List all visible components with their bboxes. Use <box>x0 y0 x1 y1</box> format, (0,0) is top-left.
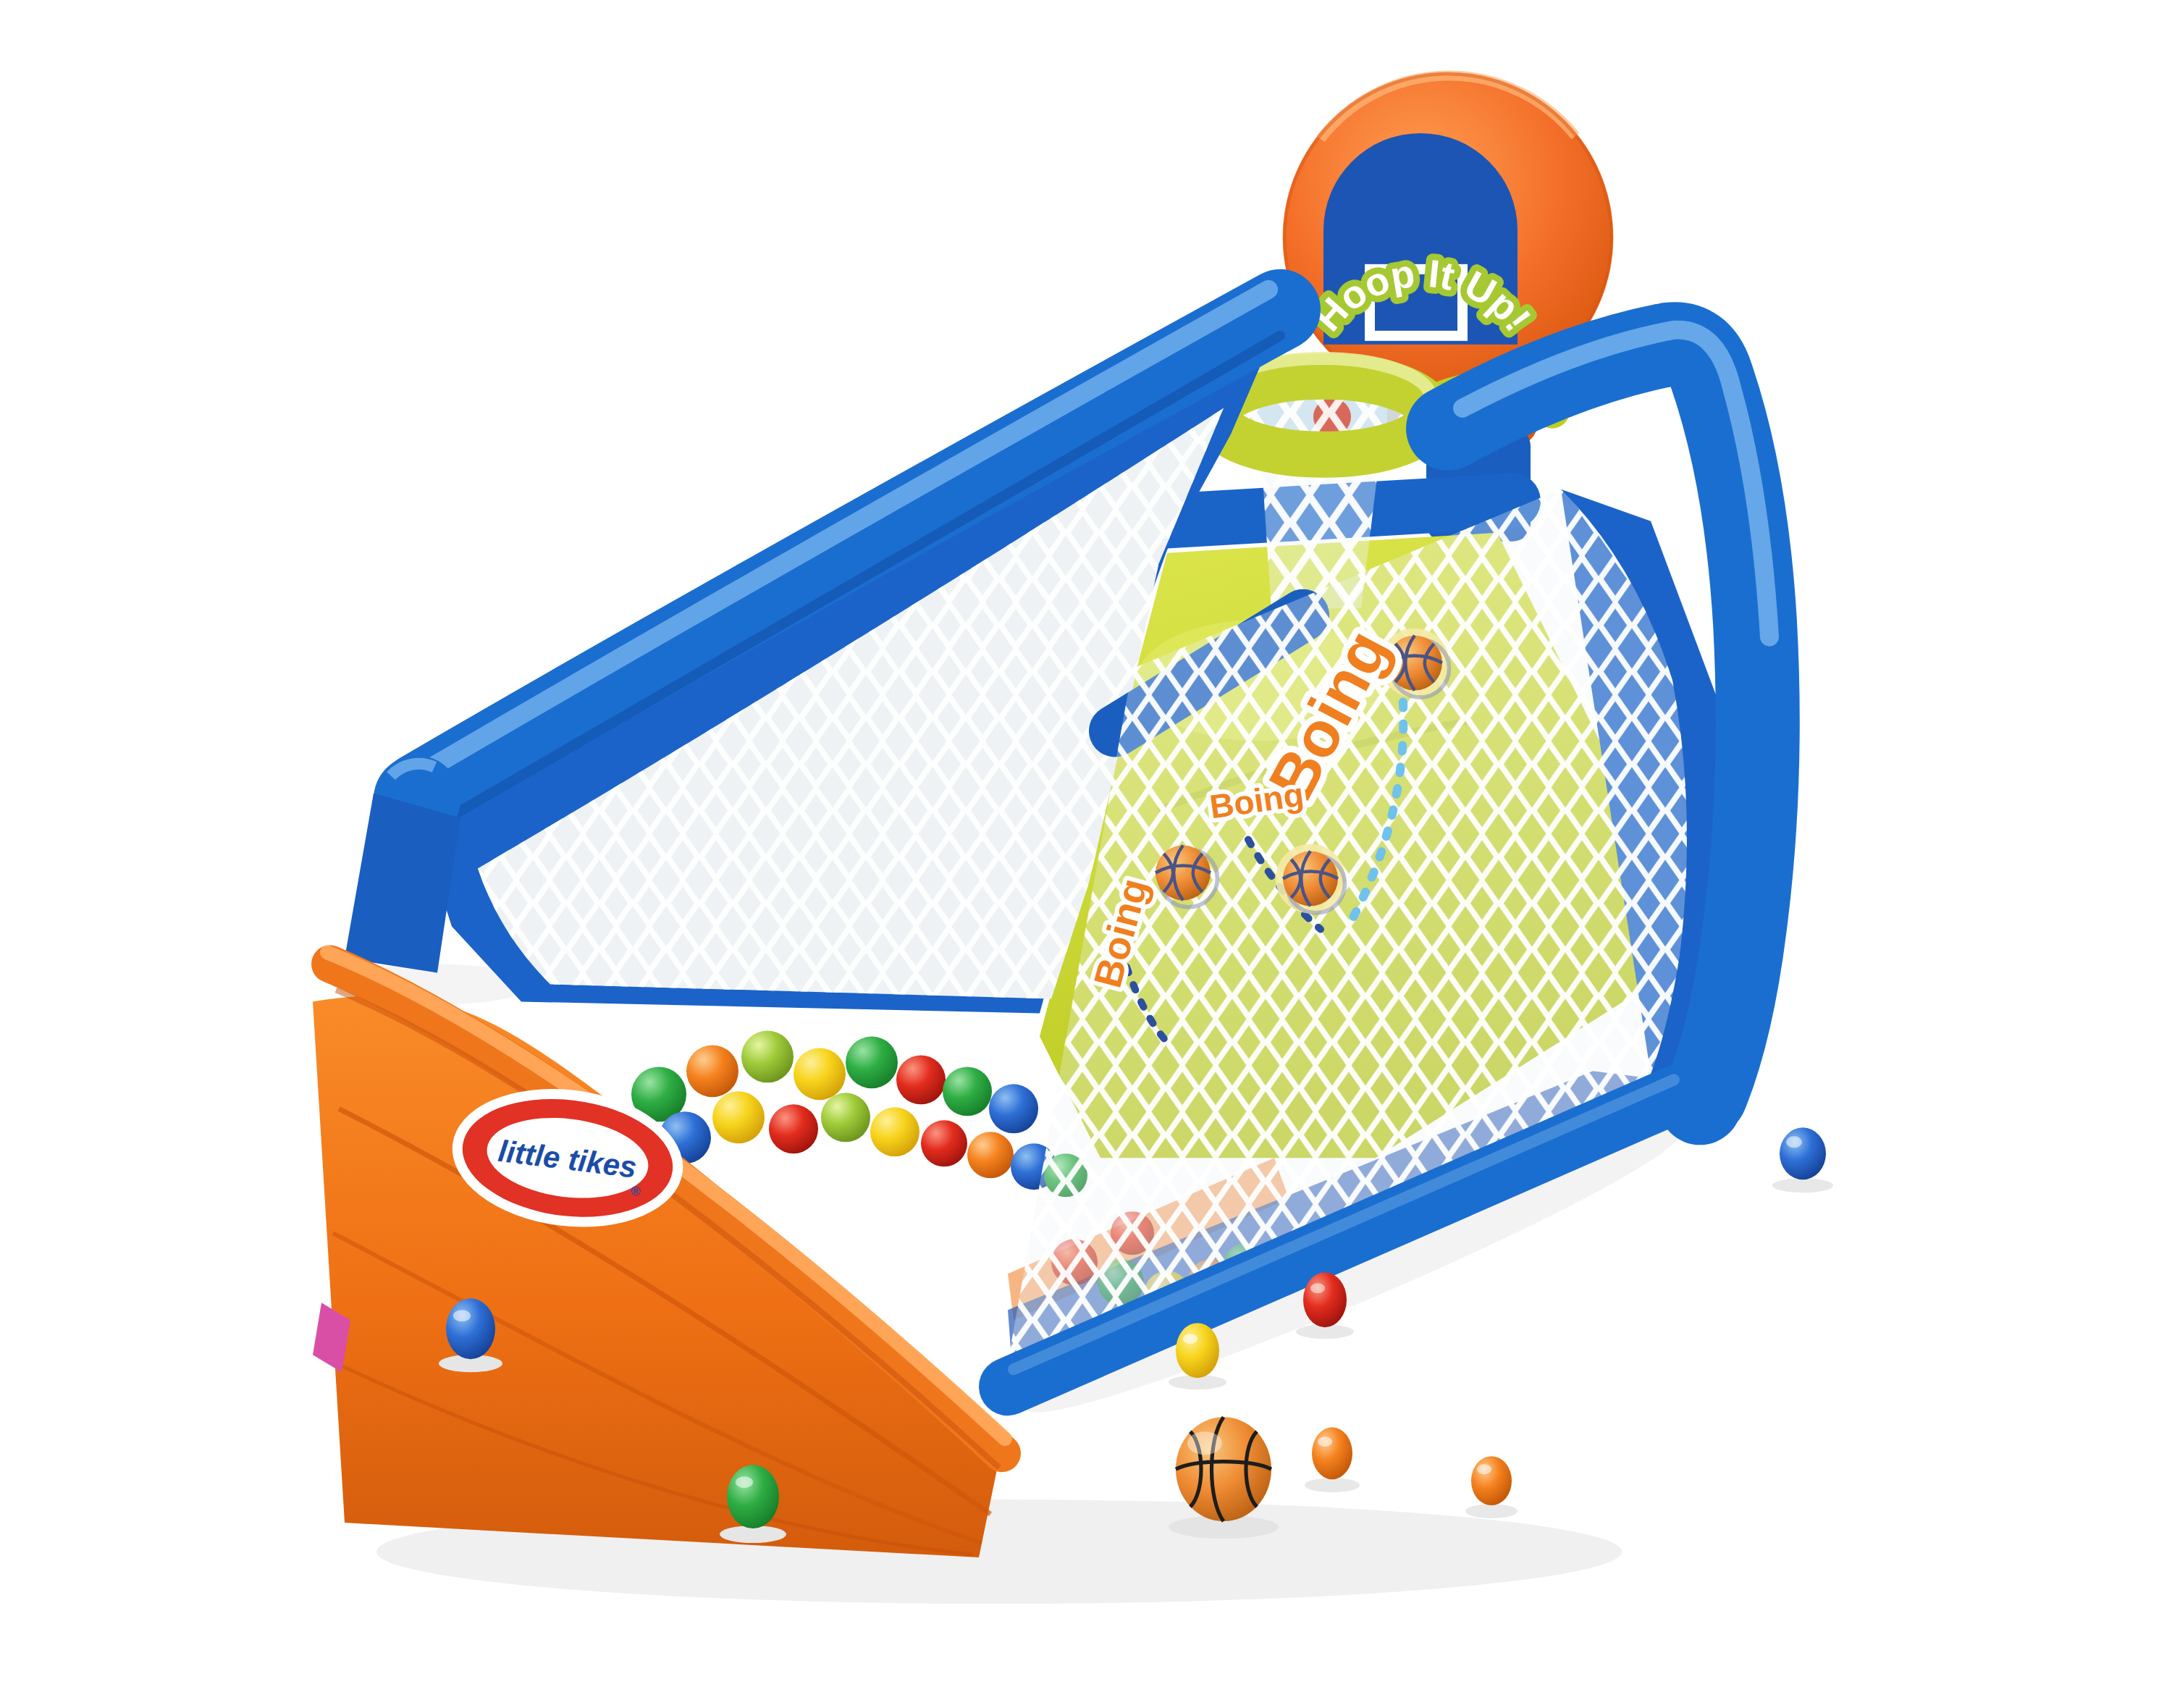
svg-text:Boing: Boing <box>490 374 627 493</box>
svg-text:Boing: Boing <box>490 374 627 493</box>
floor-ball-orange-middle <box>1305 1427 1360 1492</box>
svg-text:Boing: Boing <box>452 482 545 526</box>
svg-text:Boing: Boing <box>452 482 545 526</box>
basketball-decal <box>424 517 480 572</box>
svg-text:Boing: Boing <box>379 516 447 629</box>
basketball-decal <box>599 390 655 445</box>
basketball-decal <box>1387 636 1449 697</box>
svg-text:Boing: Boing <box>379 516 447 629</box>
boing-decal-left-bottom: Boing Boing <box>379 516 447 629</box>
ball-pit-base: little tikes ® <box>313 952 1005 1557</box>
floor-ball-orange-right <box>1465 1456 1518 1518</box>
product-photo: Hoop It Up! Hoop It Up! <box>0 0 2172 1708</box>
boing-decal-left-middle: Boing Boing <box>452 482 545 526</box>
registered-mark: ® <box>630 1183 641 1198</box>
basketball-decal <box>1156 846 1218 907</box>
product-photo-canvas: Hoop It Up! Hoop It Up! <box>0 0 2172 1708</box>
floor-ball-blue-right <box>1772 1127 1833 1192</box>
basketball-decal <box>514 527 573 586</box>
basketball-decal <box>1283 851 1345 913</box>
floor-ball-basketball <box>1169 1417 1279 1539</box>
boing-decal-left-top: Boing Boing <box>490 374 627 493</box>
